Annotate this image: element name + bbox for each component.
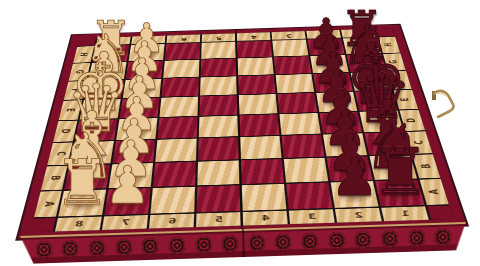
rank-label: 1 <box>381 206 429 221</box>
square-a7[interactable] <box>104 188 150 215</box>
spiral-ornament <box>142 237 160 255</box>
rank-label: 3 <box>289 209 335 224</box>
square-g3[interactable] <box>274 56 311 74</box>
spiral-ornament <box>115 238 133 256</box>
square-g2[interactable] <box>310 55 348 73</box>
square-c8[interactable] <box>70 141 114 164</box>
spiral-ornament <box>354 230 372 248</box>
square-f4[interactable] <box>238 75 275 94</box>
square-f8[interactable] <box>84 80 124 99</box>
square-h6[interactable] <box>165 43 200 60</box>
square-e2[interactable] <box>316 92 357 112</box>
square-a2[interactable] <box>331 181 379 208</box>
square-f6[interactable] <box>161 78 198 97</box>
frame-corner <box>427 206 453 220</box>
square-f7[interactable] <box>123 79 161 98</box>
file-label: E <box>59 100 82 120</box>
rank-label: 2 <box>335 208 382 223</box>
square-g5[interactable] <box>201 59 237 77</box>
square-f1[interactable] <box>351 72 392 91</box>
spiral-ornament <box>301 232 319 250</box>
spiral-ornament <box>221 235 239 253</box>
file-label: D <box>400 110 426 131</box>
spiral-ornament <box>248 234 266 252</box>
rank-label: 5 <box>202 33 235 42</box>
spiral-ornament <box>408 229 426 247</box>
file-label: B <box>412 154 440 178</box>
square-h7[interactable] <box>129 44 165 61</box>
square-h2[interactable] <box>308 38 345 55</box>
square-b3[interactable] <box>284 158 328 183</box>
file-label: G <box>69 63 91 81</box>
rank-label: 6 <box>166 34 200 43</box>
square-d7[interactable] <box>116 118 157 140</box>
square-f5[interactable] <box>200 76 237 95</box>
square-d8[interactable] <box>75 119 118 141</box>
square-c1[interactable] <box>364 132 410 155</box>
square-g1[interactable] <box>347 54 386 72</box>
square-b6[interactable] <box>153 162 196 187</box>
file-label: C <box>406 131 433 153</box>
square-d3[interactable] <box>279 113 320 135</box>
file-label: G <box>383 53 406 70</box>
square-e6[interactable] <box>160 97 199 117</box>
square-e8[interactable] <box>80 99 121 120</box>
square-g7[interactable] <box>126 61 163 79</box>
square-e7[interactable] <box>120 98 160 118</box>
spiral-ornament <box>381 230 399 248</box>
rank-label: 4 <box>243 211 288 226</box>
square-a1[interactable] <box>375 180 424 207</box>
square-c2[interactable] <box>323 133 367 156</box>
square-e5[interactable] <box>199 95 237 115</box>
rank-label: 5 <box>196 212 241 227</box>
square-e3[interactable] <box>278 93 318 113</box>
square-h3[interactable] <box>272 40 308 57</box>
square-d5[interactable] <box>199 116 238 138</box>
frame-corner <box>376 28 395 36</box>
board-tilt-wrapper: 87654321HHGGFFEEDDCCBBAA87654321 <box>0 0 480 266</box>
square-c5[interactable] <box>198 137 239 160</box>
spiral-ornament <box>195 235 213 253</box>
square-h4[interactable] <box>237 41 272 58</box>
file-label: F <box>388 71 412 89</box>
file-label: A <box>420 179 449 205</box>
rank-label: 8 <box>55 217 102 232</box>
square-d6[interactable] <box>157 117 197 139</box>
chess-board: 87654321HHGGFFEEDDCCBBAA87654321 <box>18 25 466 240</box>
square-a8[interactable] <box>58 190 106 217</box>
square-h1[interactable] <box>343 37 381 54</box>
rank-label: 8 <box>96 37 131 46</box>
rank-label: 1 <box>341 29 376 38</box>
square-b2[interactable] <box>327 156 373 181</box>
square-f3[interactable] <box>276 74 314 93</box>
square-a5[interactable] <box>197 185 241 212</box>
square-c6[interactable] <box>155 139 196 162</box>
square-c3[interactable] <box>282 135 325 158</box>
spiral-ornament <box>168 236 186 254</box>
file-label: E <box>394 90 419 110</box>
square-d2[interactable] <box>319 112 362 134</box>
square-b4[interactable] <box>241 159 284 184</box>
square-a3[interactable] <box>286 183 332 210</box>
rank-label: 2 <box>306 30 341 39</box>
file-label: C <box>47 142 72 165</box>
square-c7[interactable] <box>113 140 156 163</box>
square-g4[interactable] <box>238 57 274 75</box>
square-a4[interactable] <box>242 184 287 211</box>
file-label: B <box>41 166 67 190</box>
rank-label: 6 <box>149 214 194 229</box>
square-d1[interactable] <box>359 111 403 133</box>
square-e1[interactable] <box>355 90 397 110</box>
square-b7[interactable] <box>109 163 153 188</box>
spiral-ornament <box>275 233 293 251</box>
spiral-ornament <box>434 228 452 246</box>
square-b1[interactable] <box>370 155 417 180</box>
rank-label: 7 <box>102 215 148 230</box>
spiral-ornament <box>328 231 346 249</box>
rank-label: 4 <box>237 32 271 41</box>
square-a6[interactable] <box>150 187 195 214</box>
square-e4[interactable] <box>239 94 278 114</box>
chess-set-photo: 87654321HHGGFFEEDDCCBBAA87654321 ♜♞♝♛♚♝♞… <box>0 0 480 266</box>
file-label: H <box>73 46 94 63</box>
square-c4[interactable] <box>240 136 281 159</box>
square-h8[interactable] <box>92 45 129 62</box>
spiral-ornament <box>35 240 53 258</box>
square-b5[interactable] <box>197 160 239 185</box>
square-d4[interactable] <box>239 114 279 136</box>
rank-label: 3 <box>272 31 306 40</box>
file-label: A <box>34 191 62 217</box>
frame-corner <box>30 218 55 232</box>
file-label: F <box>64 81 86 100</box>
metal-clasp-icon <box>431 86 457 120</box>
square-f2[interactable] <box>313 73 353 92</box>
file-label: H <box>378 37 400 53</box>
square-g8[interactable] <box>88 62 126 80</box>
rank-label: 7 <box>131 36 165 45</box>
square-g6[interactable] <box>163 60 199 78</box>
spiral-ornament <box>88 239 106 257</box>
spiral-ornament <box>62 240 80 258</box>
square-b8[interactable] <box>64 164 110 189</box>
frame-corner <box>77 38 95 46</box>
square-h5[interactable] <box>201 42 236 59</box>
file-label: D <box>53 121 77 142</box>
